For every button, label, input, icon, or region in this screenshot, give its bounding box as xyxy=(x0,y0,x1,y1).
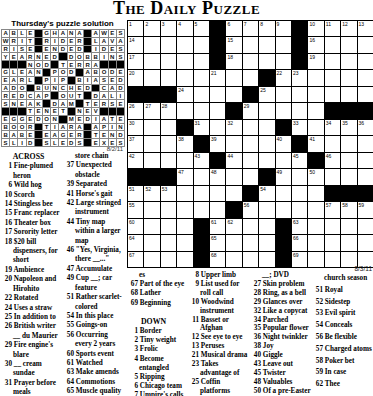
clue-item-56: 56 Be flexible xyxy=(314,333,372,342)
puzzle-cell[interactable] xyxy=(259,37,274,52)
puzzle-cell[interactable] xyxy=(210,103,225,118)
puzzle-cell[interactable]: 12 xyxy=(341,21,356,36)
clue-item-15: 15 Franc replacer xyxy=(3,209,62,218)
puzzle-cell[interactable] xyxy=(341,219,356,234)
puzzle-cell[interactable] xyxy=(259,136,274,151)
cell-number: 33 xyxy=(293,120,299,127)
puzzle-cell[interactable] xyxy=(194,87,209,102)
puzzle-cell[interactable] xyxy=(243,235,258,250)
puzzle-cell[interactable]: 42 xyxy=(128,153,143,168)
solution-cell: D xyxy=(117,85,124,92)
solution-black-square xyxy=(35,77,42,84)
puzzle-cell[interactable] xyxy=(243,219,258,234)
solution-cell: E xyxy=(76,85,83,92)
solution-cell: E xyxy=(18,100,25,107)
puzzle-cell[interactable] xyxy=(259,54,274,69)
puzzle-cell[interactable] xyxy=(341,54,356,69)
cell-number: 42 xyxy=(129,153,135,160)
puzzle-cell[interactable] xyxy=(325,37,340,52)
puzzle-cell[interactable] xyxy=(308,235,323,250)
puzzle-cell[interactable] xyxy=(243,120,258,135)
puzzle-cell[interactable]: 30 xyxy=(128,120,143,135)
puzzle-cell[interactable] xyxy=(161,219,176,234)
clue-item-50: 50 Of a pre-Easter xyxy=(252,387,312,396)
solution-cell: H xyxy=(68,85,75,92)
puzzle-cell[interactable] xyxy=(358,169,373,184)
black-square xyxy=(194,252,209,267)
puzzle-cell[interactable]: 13 xyxy=(358,21,373,36)
clue-item-27: 27 Skin problem xyxy=(252,280,312,289)
puzzle-cell[interactable] xyxy=(243,136,258,151)
puzzle-cell[interactable] xyxy=(308,103,323,118)
puzzle-cell[interactable] xyxy=(276,103,291,118)
puzzle-cell[interactable] xyxy=(161,37,176,52)
puzzle-cell[interactable]: 2 xyxy=(144,21,159,36)
puzzle-cell[interactable] xyxy=(259,219,274,234)
puzzle-cell[interactable] xyxy=(243,252,258,267)
cell-number: 69 xyxy=(293,252,299,259)
puzzle-cell[interactable]: 17 xyxy=(128,54,143,69)
puzzle-cell[interactable]: 7 xyxy=(243,21,258,36)
puzzle-cell[interactable] xyxy=(308,120,323,135)
solution-cell: C xyxy=(59,85,66,92)
puzzle-cell[interactable]: 59 xyxy=(358,202,373,217)
puzzle-cell[interactable] xyxy=(144,120,159,135)
puzzle-cell[interactable] xyxy=(226,169,241,184)
black-square xyxy=(292,136,307,151)
puzzle-cell[interactable] xyxy=(243,54,258,69)
solution-cell: Y xyxy=(2,53,9,60)
puzzle-cell[interactable]: 1 xyxy=(128,21,143,36)
solution-cell: E xyxy=(27,131,34,138)
puzzle-cell[interactable] xyxy=(259,235,274,250)
solution-cell: E xyxy=(68,46,75,53)
puzzle-cell[interactable]: 6 xyxy=(226,21,241,36)
clue-number: 17 xyxy=(3,228,12,237)
solution-cell: L xyxy=(18,30,25,37)
puzzle-cell[interactable] xyxy=(161,136,176,151)
puzzle-cell[interactable]: 21 xyxy=(210,70,225,85)
clue-number: 24 xyxy=(3,304,12,313)
puzzle-cell[interactable]: 46 xyxy=(325,153,340,168)
puzzle-cell[interactable] xyxy=(259,252,274,267)
clue-item-31: 31 Prayer before meals xyxy=(3,379,62,396)
clue-item-37: 37 Unexpected obstacle xyxy=(65,161,125,180)
puzzle-cell[interactable]: 58 xyxy=(341,202,356,217)
clue-item-continuation: store chain xyxy=(65,152,125,161)
puzzle-cell[interactable] xyxy=(308,252,323,267)
puzzle-cell[interactable] xyxy=(341,169,356,184)
puzzle-cell[interactable] xyxy=(177,252,192,267)
clue-item-54: 54 Conceals xyxy=(314,321,372,330)
black-square xyxy=(243,186,258,201)
puzzle-cell[interactable] xyxy=(325,87,340,102)
puzzle-cell[interactable]: 34 xyxy=(325,120,340,135)
puzzle-cell[interactable]: 9 xyxy=(276,21,291,36)
solution-cell: N xyxy=(51,85,58,92)
puzzle-cell[interactable] xyxy=(358,136,373,151)
puzzle-cell[interactable] xyxy=(144,219,159,234)
puzzle-cell[interactable]: 48 xyxy=(210,169,225,184)
puzzle-cell[interactable] xyxy=(341,235,356,250)
puzzle-cell[interactable]: 23 xyxy=(292,70,307,85)
puzzle-cell[interactable] xyxy=(194,103,209,118)
solution-cell: W xyxy=(100,30,107,37)
puzzle-cell[interactable] xyxy=(341,70,356,85)
cell-number: 20 xyxy=(129,70,135,77)
puzzle-cell[interactable] xyxy=(325,252,340,267)
puzzle-cell[interactable]: 64 xyxy=(128,235,143,250)
cell-number: 24 xyxy=(178,87,184,94)
puzzle-cell[interactable] xyxy=(308,87,323,102)
puzzle-cell[interactable] xyxy=(325,70,340,85)
puzzle-cell[interactable] xyxy=(177,153,192,168)
cell-number: 15 xyxy=(227,37,233,44)
solution-cell: E xyxy=(68,38,75,45)
clue-number: 13 xyxy=(190,342,199,351)
puzzle-cell[interactable]: 8 xyxy=(259,21,274,36)
solution-cell: A xyxy=(100,38,107,45)
puzzle-cell[interactable]: 10 xyxy=(308,21,323,36)
puzzle-cell[interactable]: 69 xyxy=(292,252,307,267)
solution-cell: E xyxy=(35,108,42,115)
puzzle-cell[interactable]: 67 xyxy=(128,252,143,267)
puzzle-cell[interactable] xyxy=(226,235,241,250)
puzzle-cell[interactable] xyxy=(341,87,356,102)
black-square xyxy=(259,169,274,184)
clue-item-10: 10 Woodwind instrument xyxy=(190,298,250,316)
puzzle-cell[interactable]: 38 xyxy=(177,136,192,151)
puzzle-cell[interactable]: 27 xyxy=(144,103,159,118)
puzzle-cell[interactable] xyxy=(210,202,225,217)
puzzle-cell[interactable]: 24 xyxy=(177,87,192,102)
cell-number: 23 xyxy=(293,70,299,77)
solution-cell: S xyxy=(109,100,116,107)
puzzle-cell[interactable]: 55 xyxy=(128,202,143,217)
puzzle-cell[interactable] xyxy=(276,202,291,217)
solution-black-square xyxy=(18,108,25,115)
puzzle-cell[interactable] xyxy=(226,252,241,267)
puzzle-cell[interactable]: 20 xyxy=(128,70,143,85)
clue-item-14: 14 Stingless bee xyxy=(3,200,62,209)
solution-black-square xyxy=(2,108,9,115)
clue-number: 38 xyxy=(252,342,261,351)
clue-number: 37 xyxy=(65,161,74,170)
puzzle-cell[interactable] xyxy=(177,186,192,201)
puzzle-cell[interactable]: 36 xyxy=(358,120,373,135)
puzzle-cell[interactable]: 4 xyxy=(177,21,192,36)
puzzle-cell[interactable]: 40 xyxy=(276,136,291,151)
puzzle-cell[interactable] xyxy=(308,219,323,234)
clue-number: 50 xyxy=(252,387,261,396)
puzzle-cell[interactable] xyxy=(292,202,307,217)
puzzle-cell[interactable] xyxy=(161,120,176,135)
clue-item-29: 29 Glances over xyxy=(252,298,312,307)
puzzle-cell[interactable] xyxy=(325,235,340,250)
down-heading: DOWN xyxy=(129,317,186,326)
puzzle-cell[interactable] xyxy=(177,219,192,234)
puzzle-cell[interactable] xyxy=(226,70,241,85)
puzzle-cell[interactable] xyxy=(144,252,159,267)
clue-number: 42 xyxy=(65,199,74,208)
clue-item-26: 26 British writer __ du Maurier xyxy=(3,322,62,341)
puzzle-cell[interactable]: 57 xyxy=(325,202,340,217)
puzzle-cell[interactable]: 26 xyxy=(128,103,143,118)
cell-number: 46 xyxy=(326,153,332,160)
puzzle-cell[interactable] xyxy=(161,252,176,267)
cell-number: 29 xyxy=(244,103,250,110)
solution-cell: E xyxy=(43,46,50,53)
black-square xyxy=(210,54,225,69)
puzzle-cell[interactable] xyxy=(276,87,291,102)
puzzle-cell[interactable] xyxy=(177,202,192,217)
puzzle-cell[interactable] xyxy=(325,219,340,234)
puzzle-cell[interactable] xyxy=(177,235,192,250)
solution-cell: O xyxy=(43,116,50,123)
puzzle-cell[interactable] xyxy=(177,54,192,69)
puzzle-cell[interactable] xyxy=(243,37,258,52)
solution-cell: A xyxy=(92,124,99,131)
clue-number: 36 xyxy=(252,333,261,342)
puzzle-cell[interactable]: 62 xyxy=(226,219,241,234)
solution-cell: G xyxy=(18,116,25,123)
solution-cell: E xyxy=(100,131,107,138)
puzzle-cell[interactable]: 39 xyxy=(210,136,225,151)
solution-cell: E xyxy=(10,53,17,60)
solution-cell: N xyxy=(51,116,58,123)
puzzle-cell[interactable]: 51 xyxy=(128,186,143,201)
puzzle-cell[interactable] xyxy=(177,70,192,85)
clue-item-11: 11 Basset or Afghan xyxy=(190,316,250,334)
puzzle-cell[interactable] xyxy=(144,136,159,151)
puzzle-cell[interactable] xyxy=(358,219,373,234)
puzzle-cell[interactable]: 14 xyxy=(128,37,143,52)
solution-black-square xyxy=(35,46,42,53)
solution-cell: A xyxy=(92,30,99,37)
clue-number: 52 xyxy=(314,298,323,307)
clue-number: 29 xyxy=(252,298,261,307)
puzzle-cell[interactable]: 60 xyxy=(128,219,143,234)
clue-number: 56 xyxy=(314,333,323,342)
puzzle-cell[interactable] xyxy=(259,153,274,168)
cell-number: 13 xyxy=(359,21,365,28)
solution-cell: A xyxy=(27,69,34,76)
puzzle-cell[interactable]: 18 xyxy=(226,54,241,69)
puzzle-cell[interactable] xyxy=(177,37,192,52)
clue-number: 53 xyxy=(314,309,323,318)
puzzle-cell[interactable] xyxy=(210,120,225,135)
puzzle-cell[interactable]: 41 xyxy=(308,136,323,151)
puzzle-cell[interactable]: 50 xyxy=(308,169,323,184)
solution-cell: N xyxy=(10,100,17,107)
puzzle-cell[interactable]: 63 xyxy=(292,219,307,234)
clue-item-continuation: es xyxy=(129,271,186,280)
puzzle-cell[interactable] xyxy=(325,169,340,184)
puzzle-cell[interactable] xyxy=(292,103,307,118)
puzzle-cell[interactable] xyxy=(194,186,209,201)
puzzle-cell[interactable] xyxy=(358,70,373,85)
puzzle-cell[interactable]: 52 xyxy=(144,186,159,201)
puzzle-cell[interactable] xyxy=(144,235,159,250)
puzzle-cell[interactable] xyxy=(177,103,192,118)
puzzle-cell[interactable] xyxy=(308,202,323,217)
puzzle-cell[interactable]: 11 xyxy=(325,21,340,36)
puzzle-cell[interactable] xyxy=(341,37,356,52)
solution-cell: A xyxy=(10,77,17,84)
puzzle-cell[interactable] xyxy=(144,153,159,168)
clue-item-2: 2 Tiny weight xyxy=(129,336,186,345)
puzzle-cell[interactable] xyxy=(243,169,258,184)
puzzle-cell[interactable]: 61 xyxy=(210,219,225,234)
solution-cell: C xyxy=(100,85,107,92)
solution-cell: P xyxy=(43,77,50,84)
puzzle-cell[interactable] xyxy=(358,235,373,250)
cell-number: 3 xyxy=(162,21,165,28)
black-square xyxy=(194,136,209,151)
puzzle-cell[interactable] xyxy=(358,37,373,52)
solution-cell: A xyxy=(100,92,107,99)
puzzle-cell[interactable] xyxy=(276,37,291,52)
puzzle-cell[interactable] xyxy=(276,186,291,201)
puzzle-cell[interactable]: 33 xyxy=(292,120,307,135)
puzzle-cell[interactable] xyxy=(325,54,340,69)
puzzle-cell[interactable]: 25 xyxy=(259,87,274,102)
puzzle-cell[interactable]: 28 xyxy=(161,103,176,118)
puzzle-cell[interactable]: 68 xyxy=(210,252,225,267)
puzzle-cell[interactable] xyxy=(259,103,274,118)
clue-item-43: 43 Leave out xyxy=(252,360,312,369)
puzzle-cell[interactable] xyxy=(341,136,356,151)
puzzle-cell[interactable] xyxy=(210,186,225,201)
puzzle-cell[interactable] xyxy=(144,37,159,52)
puzzle-cell[interactable] xyxy=(308,186,323,201)
puzzle-cell[interactable] xyxy=(194,54,209,69)
cell-number: 10 xyxy=(309,21,315,28)
puzzle-cell[interactable]: 29 xyxy=(243,103,258,118)
black-square xyxy=(161,87,176,102)
puzzle-cell[interactable]: 35 xyxy=(341,120,356,135)
puzzle-cell[interactable] xyxy=(292,87,307,102)
puzzle-cell[interactable] xyxy=(226,136,241,151)
black-square xyxy=(226,103,241,118)
puzzle-cell[interactable]: 5 xyxy=(194,21,209,36)
solution-black-square xyxy=(117,61,124,68)
puzzle-cell[interactable] xyxy=(210,87,225,102)
puzzle-cell[interactable] xyxy=(144,202,159,217)
puzzle-cell[interactable]: 19 xyxy=(308,54,323,69)
puzzle-cell[interactable] xyxy=(292,169,307,184)
black-square xyxy=(194,219,209,234)
solution-black-square xyxy=(35,38,42,45)
clue-item-7: 7 Umpire's calls xyxy=(129,391,186,396)
puzzle-cell[interactable] xyxy=(292,186,307,201)
clue-item-51: 51 Rather scarlet-colored xyxy=(65,293,125,312)
solution-cell: O xyxy=(35,61,42,68)
black-square xyxy=(276,219,291,234)
solution-cell: P xyxy=(100,124,107,131)
puzzle-cell[interactable] xyxy=(341,153,356,168)
puzzle-cell[interactable] xyxy=(194,70,209,85)
puzzle-cell[interactable]: 16 xyxy=(308,37,323,52)
clue-item-13: 13 Peruses xyxy=(190,342,250,351)
puzzle-cell[interactable] xyxy=(259,202,274,217)
puzzle-cell[interactable] xyxy=(161,153,176,168)
puzzle-cell[interactable] xyxy=(161,202,176,217)
cell-number: 44 xyxy=(227,153,233,160)
puzzle-cell[interactable] xyxy=(161,54,176,69)
solution-cell: D xyxy=(10,85,17,92)
solution-cell: B xyxy=(76,77,83,84)
puzzle-cell[interactable]: 66 xyxy=(292,235,307,250)
solution-cell: O xyxy=(10,124,17,131)
puzzle-cell[interactable]: 54 xyxy=(259,186,274,201)
puzzle-cell[interactable]: 47 xyxy=(177,169,192,184)
clue-item-67: 67 Part of the eye xyxy=(129,280,186,289)
clue-number: 26 xyxy=(3,322,12,331)
solution-cell: K xyxy=(35,100,42,107)
puzzle-cell[interactable]: 49 xyxy=(276,169,291,184)
puzzle-cell[interactable]: 15 xyxy=(226,37,241,52)
solution-cell: T xyxy=(43,124,50,131)
solution-black-square xyxy=(84,46,91,53)
puzzle-cell[interactable]: 3 xyxy=(161,21,176,36)
clue-item-12: 12 See eye to eye xyxy=(190,333,250,342)
puzzle-cell[interactable] xyxy=(259,120,274,135)
solution-cell: D xyxy=(76,46,83,53)
puzzle-cell[interactable]: 53 xyxy=(161,186,176,201)
puzzle-cell[interactable]: 22 xyxy=(276,70,291,85)
puzzle-cell[interactable]: 65 xyxy=(210,235,225,250)
puzzle-cell[interactable] xyxy=(308,70,323,85)
puzzle-cell[interactable]: 43 xyxy=(194,153,209,168)
puzzle-cell[interactable] xyxy=(358,54,373,69)
puzzle-cell[interactable] xyxy=(144,70,159,85)
puzzle-cell[interactable]: 44 xyxy=(226,153,241,168)
puzzle-cell[interactable]: 37 xyxy=(128,136,143,151)
clue-item-45: 45 Twister xyxy=(252,369,312,378)
puzzle-cell[interactable]: 56 xyxy=(243,202,258,217)
black-square xyxy=(243,87,258,102)
clue-item-8: 8 Upper limb xyxy=(190,271,250,280)
puzzle-cell[interactable]: 32 xyxy=(226,120,241,135)
solution-cell: T xyxy=(109,116,116,123)
solution-cell: T xyxy=(59,108,66,115)
puzzle-cell[interactable] xyxy=(243,153,258,168)
clue-item-38: 38 Joy xyxy=(252,342,312,351)
puzzle-cell[interactable] xyxy=(226,186,241,201)
puzzle-cell[interactable] xyxy=(144,54,159,69)
puzzle-cell[interactable] xyxy=(243,70,258,85)
solution-cell: T xyxy=(84,100,91,107)
solution-cell: E xyxy=(68,61,75,68)
puzzle-cell[interactable] xyxy=(276,54,291,69)
puzzle-cell[interactable] xyxy=(358,87,373,102)
solution-cell: E xyxy=(27,116,34,123)
puzzle-cell[interactable]: 31 xyxy=(194,120,209,135)
puzzle-cell[interactable]: 45 xyxy=(292,153,307,168)
clue-number: 3 xyxy=(129,345,138,354)
puzzle-cell[interactable] xyxy=(194,37,209,52)
puzzle-cell[interactable] xyxy=(161,235,176,250)
clue-item-48: 48 Valuables xyxy=(252,378,312,387)
puzzle-cell[interactable] xyxy=(358,153,373,168)
puzzle-cell[interactable] xyxy=(226,87,241,102)
puzzle-cell[interactable] xyxy=(161,70,176,85)
puzzle-cell[interactable] xyxy=(276,153,291,168)
puzzle-cell[interactable] xyxy=(325,136,340,151)
puzzle-cell[interactable] xyxy=(194,169,209,184)
puzzle-cell[interactable] xyxy=(194,202,209,217)
